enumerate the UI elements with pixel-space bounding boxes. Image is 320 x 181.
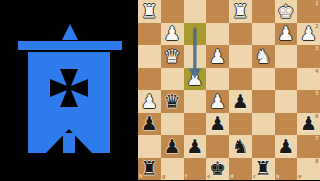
square-h8[interactable]: ♜h	[138, 158, 161, 181]
square-f2[interactable]	[184, 23, 207, 46]
square-e1[interactable]	[206, 0, 229, 23]
square-a1[interactable]: 1	[297, 0, 320, 23]
piece-bP-h6[interactable]: ♟	[141, 114, 158, 133]
square-b3[interactable]	[275, 45, 298, 68]
square-e5[interactable]: ♟	[206, 90, 229, 113]
square-d2[interactable]	[229, 23, 252, 46]
square-a5[interactable]: 5	[297, 90, 320, 113]
rank-label-8: 8	[316, 159, 319, 164]
square-a7[interactable]: 7	[297, 135, 320, 158]
piece-bR-c8[interactable]: ♜	[255, 159, 272, 178]
square-a2[interactable]: ♟2	[297, 23, 320, 46]
piece-bR-h8[interactable]: ♜	[141, 159, 158, 178]
piece-wR-h1[interactable]: ♜	[141, 2, 158, 21]
square-c2[interactable]	[252, 23, 275, 46]
piece-wP-g2[interactable]: ♟	[164, 24, 181, 43]
square-c1[interactable]	[252, 0, 275, 23]
piece-wQ-g3[interactable]: ♛	[164, 47, 181, 66]
square-b4[interactable]	[275, 68, 298, 91]
square-d1[interactable]: ♜	[229, 0, 252, 23]
square-b1[interactable]: ♚	[275, 0, 298, 23]
square-d3[interactable]	[229, 45, 252, 68]
piece-bP-g7[interactable]: ♟	[164, 137, 181, 156]
piece-wP-f4[interactable]: ♟	[186, 69, 203, 88]
square-h2[interactable]	[138, 23, 161, 46]
square-f7[interactable]: ♟	[184, 135, 207, 158]
square-c5[interactable]	[252, 90, 275, 113]
piece-wR-d1[interactable]: ♜	[232, 2, 249, 21]
piece-bP-d5[interactable]: ♟	[232, 92, 249, 111]
square-g1[interactable]	[161, 0, 184, 23]
square-e2[interactable]	[206, 23, 229, 46]
square-c4[interactable]	[252, 68, 275, 91]
piece-wP-e5[interactable]: ♟	[209, 92, 226, 111]
square-f3[interactable]	[184, 45, 207, 68]
square-g2[interactable]: ♟	[161, 23, 184, 46]
square-g8[interactable]: g	[161, 158, 184, 181]
piece-bQ-g5[interactable]: ♛	[164, 92, 181, 111]
piece-wK-b1[interactable]: ♚	[277, 2, 294, 21]
file-label-d: d	[230, 174, 233, 179]
square-c3[interactable]: ♞	[252, 45, 275, 68]
rank-label-7: 7	[316, 136, 319, 141]
square-g4[interactable]	[161, 68, 184, 91]
square-e6[interactable]: ♟	[206, 113, 229, 136]
rank-label-5: 5	[316, 91, 319, 96]
square-e8[interactable]: ♚e	[206, 158, 229, 181]
piece-bP-b7[interactable]: ♟	[277, 137, 294, 156]
app: ♜♜♚1♟♟♟2♛♟♞3♟4♟♛♟♟5♟♟♟6♟♟♞♟7♜hgf♚ed♜cb8a	[0, 0, 320, 180]
banner-pole	[63, 133, 75, 153]
square-b2[interactable]: ♟	[275, 23, 298, 46]
square-e4[interactable]	[206, 68, 229, 91]
piece-wP-b2[interactable]: ♟	[277, 24, 294, 43]
piece-wP-e3[interactable]: ♟	[209, 47, 226, 66]
chess-board: ♜♜♚1♟♟♟2♛♟♞3♟4♟♛♟♟5♟♟♟6♟♟♞♟7♜hgf♚ed♜cb8a	[138, 0, 320, 180]
piece-bP-e6[interactable]: ♟	[209, 114, 226, 133]
piece-bP-f7[interactable]: ♟	[186, 137, 203, 156]
rank-label-3: 3	[316, 46, 319, 51]
square-f5[interactable]	[184, 90, 207, 113]
piece-bP-a6[interactable]: ♟	[300, 114, 317, 133]
square-c7[interactable]	[252, 135, 275, 158]
square-f6[interactable]	[184, 113, 207, 136]
square-h7[interactable]	[138, 135, 161, 158]
piece-wP-h5[interactable]: ♟	[141, 92, 158, 111]
square-c6[interactable]	[252, 113, 275, 136]
piece-wN-c3[interactable]: ♞	[255, 47, 272, 66]
piece-wP-a2[interactable]: ♟	[300, 24, 317, 43]
piece-bK-e8[interactable]: ♚	[209, 159, 226, 178]
square-f8[interactable]: f	[184, 158, 207, 181]
square-b5[interactable]	[275, 90, 298, 113]
square-h6[interactable]: ♟	[138, 113, 161, 136]
square-d8[interactable]: d	[229, 158, 252, 181]
square-h4[interactable]	[138, 68, 161, 91]
banner-crossbar	[18, 41, 122, 50]
file-label-b: b	[276, 174, 279, 179]
square-e7[interactable]	[206, 135, 229, 158]
banner-flag-icon	[18, 24, 122, 153]
square-a6[interactable]: ♟6	[297, 113, 320, 136]
banner-logo	[0, 0, 138, 180]
rank-label-4: 4	[316, 69, 319, 74]
square-b7[interactable]: ♟	[275, 135, 298, 158]
file-label-f: f	[185, 174, 187, 179]
square-c8[interactable]: ♜c	[252, 158, 275, 181]
square-f1[interactable]	[184, 0, 207, 23]
square-h1[interactable]: ♜	[138, 0, 161, 23]
left-panel	[0, 0, 138, 180]
square-h3[interactable]	[138, 45, 161, 68]
rank-label-1: 1	[316, 1, 319, 6]
square-b6[interactable]	[275, 113, 298, 136]
square-g7[interactable]: ♟	[161, 135, 184, 158]
square-b8[interactable]: b	[275, 158, 298, 181]
square-e3[interactable]: ♟	[206, 45, 229, 68]
square-d6[interactable]	[229, 113, 252, 136]
file-label-g: g	[162, 174, 165, 179]
square-d7[interactable]: ♞	[229, 135, 252, 158]
square-d5[interactable]: ♟	[229, 90, 252, 113]
square-h5[interactable]: ♟	[138, 90, 161, 113]
square-g5[interactable]: ♛	[161, 90, 184, 113]
file-label-a: a	[298, 174, 301, 179]
square-a4[interactable]: 4	[297, 68, 320, 91]
square-g6[interactable]	[161, 113, 184, 136]
square-a8[interactable]: 8a	[297, 158, 320, 181]
square-g3[interactable]: ♛	[161, 45, 184, 68]
piece-bN-d7[interactable]: ♞	[232, 137, 249, 156]
square-a3[interactable]: 3	[297, 45, 320, 68]
square-d4[interactable]	[229, 68, 252, 91]
square-f4[interactable]: ♟	[184, 68, 207, 91]
spear-tip-icon	[62, 24, 78, 40]
